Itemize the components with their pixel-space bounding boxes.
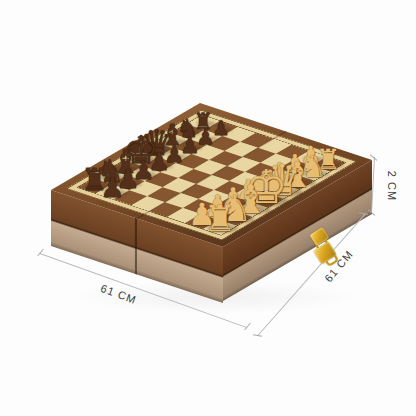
pieces-layer: ♜♞♝♛♚♝♞♜♟♟♟♟♟♟♟♟♟♟♟♟♟♟♟♟♜♞♝♛♚♝♞♜ <box>0 0 416 416</box>
brass-latch <box>306 228 340 270</box>
product-photo-chess-set: ♜♞♝♛♚♝♞♜♟♟♟♟♟♟♟♟♟♟♟♟♟♟♟♟♜♞♝♛♚♝♞♜ 61 CM 6… <box>0 0 416 416</box>
height-dimension-label: 2 CM <box>386 171 398 201</box>
white-rook: ♜ <box>204 202 236 238</box>
black-pawn: ♟ <box>100 174 124 201</box>
